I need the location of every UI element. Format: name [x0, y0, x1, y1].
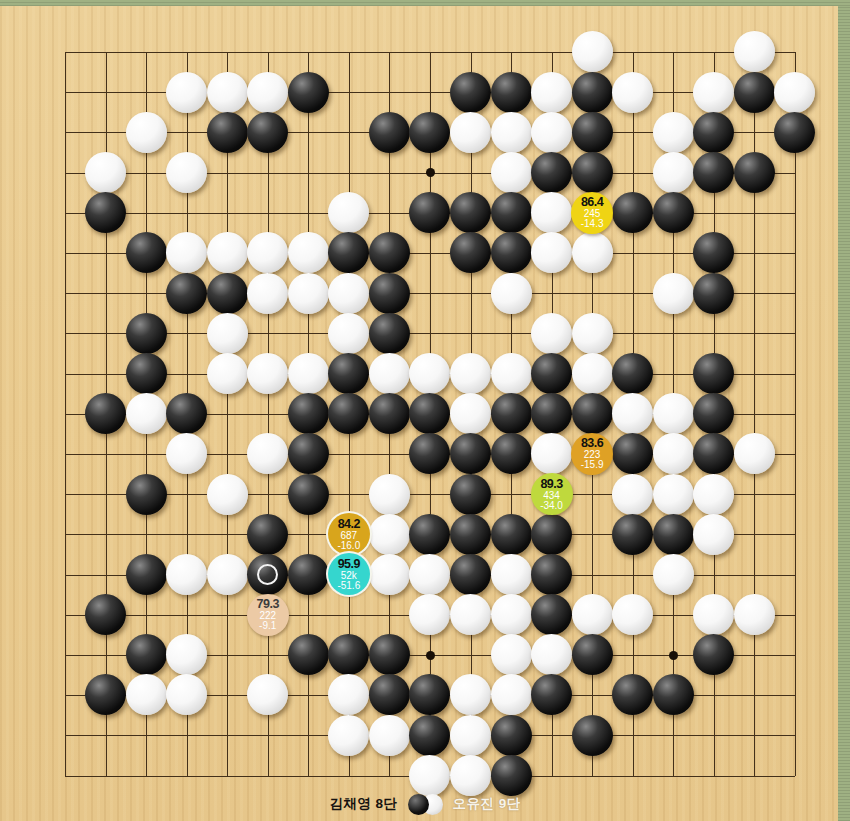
- white-stone: [450, 353, 491, 394]
- black-stone: [734, 152, 775, 193]
- board-intersection: [329, 394, 370, 434]
- board-intersection: [166, 394, 207, 434]
- board-intersection: [85, 193, 126, 233]
- board-intersection: [207, 554, 248, 594]
- board-intersection: [410, 353, 451, 393]
- black-stone: [409, 393, 450, 434]
- board-intersection: 79.3222-9.1: [247, 595, 288, 635]
- white-stone: [612, 393, 653, 434]
- board-intersection: [410, 394, 451, 434]
- black-stone: [653, 514, 694, 555]
- white-stone: [612, 72, 653, 113]
- board-intersection: 89.3434-34.0: [531, 474, 572, 514]
- black-stone: [491, 433, 532, 474]
- board-intersection: [369, 675, 410, 715]
- white-stone: [491, 273, 532, 314]
- black-stone: [693, 273, 734, 314]
- board-intersection: [531, 72, 572, 112]
- board-intersection: [450, 675, 491, 715]
- board-intersection: [491, 595, 532, 635]
- ai-score-loss: -16.0: [337, 541, 360, 551]
- board-intersection: [653, 514, 694, 554]
- white-stone: [328, 715, 369, 756]
- board-intersection: [410, 554, 451, 594]
- black-stone: [653, 192, 694, 233]
- ai-move-suggestion[interactable]: 83.6223-15.9: [571, 433, 613, 475]
- black-stone: [247, 112, 288, 153]
- white-stone: [166, 674, 207, 715]
- board-intersection: [247, 554, 288, 594]
- board-intersection: [126, 635, 167, 675]
- black-stone: [85, 393, 126, 434]
- white-stone: [450, 715, 491, 756]
- black-stone: [612, 433, 653, 474]
- black-stone: [612, 514, 653, 555]
- white-stone: [409, 554, 450, 595]
- board-intersection: [531, 675, 572, 715]
- black-stone: [247, 554, 288, 595]
- black-stone: [288, 634, 329, 675]
- board-intersection: [126, 474, 167, 514]
- white-stone: [734, 31, 775, 72]
- white-stone: [247, 273, 288, 314]
- board-intersection: 83.6223-15.9: [572, 434, 613, 474]
- white-stone: [166, 554, 207, 595]
- black-stone: [612, 674, 653, 715]
- black-stone: [409, 433, 450, 474]
- board-intersection: [491, 152, 532, 192]
- board-intersection: [531, 394, 572, 434]
- black-stone: [369, 273, 410, 314]
- board-intersection: [653, 193, 694, 233]
- black-stone: [531, 393, 572, 434]
- black-stone: [85, 192, 126, 233]
- white-stone: [328, 313, 369, 354]
- players-caption: 김채영 8단 오유진 9단: [0, 791, 850, 817]
- board-intersection: [653, 112, 694, 152]
- board-intersection: [247, 675, 288, 715]
- board-intersection: [491, 112, 532, 152]
- black-stone: [328, 393, 369, 434]
- black-stone: [328, 634, 369, 675]
- board-intersection: [693, 514, 734, 554]
- board-intersection: [369, 112, 410, 152]
- black-stone: [572, 112, 613, 153]
- white-stone: [572, 31, 613, 72]
- board-intersection: [288, 72, 329, 112]
- board-intersection: [572, 353, 613, 393]
- board-intersection: [491, 514, 532, 554]
- black-stone: [774, 112, 815, 153]
- white-stone: [409, 353, 450, 394]
- ai-move-suggestion[interactable]: 84.2687-16.0: [328, 513, 370, 555]
- board-intersection: [166, 233, 207, 273]
- board-intersection: [166, 675, 207, 715]
- board-intersection: [653, 474, 694, 514]
- board-intersection: [491, 233, 532, 273]
- white-stone: [531, 634, 572, 675]
- board-intersection: [166, 152, 207, 192]
- ai-winrate: 83.6: [581, 437, 603, 450]
- black-stone: [531, 554, 572, 595]
- board-intersection: [166, 273, 207, 313]
- board-intersection: [531, 112, 572, 152]
- white-stone: [247, 353, 288, 394]
- last-move-marker: [257, 564, 278, 585]
- white-stone: [653, 152, 694, 193]
- board-intersection: [450, 595, 491, 635]
- board-intersection: [329, 193, 370, 233]
- board-intersection: [288, 554, 329, 594]
- board-intersection: [491, 353, 532, 393]
- board-intersection: [288, 273, 329, 313]
- board-intersection: [491, 755, 532, 795]
- ai-move-suggestion[interactable]: 95.952k-51.6: [328, 553, 370, 595]
- board-intersection: [126, 554, 167, 594]
- black-player-name: 김채영 8단: [329, 795, 397, 813]
- black-stone: [207, 273, 248, 314]
- white-stone: [409, 755, 450, 796]
- board-intersection: [531, 514, 572, 554]
- board-intersection: [450, 112, 491, 152]
- board-intersection: [247, 233, 288, 273]
- white-stone: [328, 674, 369, 715]
- white-stone: [166, 152, 207, 193]
- black-stone: [369, 674, 410, 715]
- board-intersection: [491, 675, 532, 715]
- black-stone: [450, 72, 491, 113]
- board-intersection: [693, 152, 734, 192]
- board-intersection: [450, 474, 491, 514]
- board-intersection: [450, 715, 491, 755]
- black-stone: [328, 353, 369, 394]
- white-stone: [491, 634, 532, 675]
- board-intersection: [693, 353, 734, 393]
- white-stone: [612, 594, 653, 635]
- board-intersection: [126, 675, 167, 715]
- board-intersection: [247, 434, 288, 474]
- board-intersection: [734, 32, 775, 72]
- board-intersection: [288, 635, 329, 675]
- ai-score-loss: -15.9: [581, 460, 604, 470]
- black-stone: [409, 674, 450, 715]
- board-intersection: [410, 595, 451, 635]
- black-stone: [531, 152, 572, 193]
- board-intersection: [410, 675, 451, 715]
- board-intersection: [612, 675, 653, 715]
- white-stone: [653, 393, 694, 434]
- cloth-edge-top: [0, 0, 850, 6]
- board-intersection: [572, 233, 613, 273]
- board-intersection: [369, 394, 410, 434]
- board-intersection: [531, 313, 572, 353]
- board-intersection: [653, 273, 694, 313]
- white-stone: [572, 353, 613, 394]
- white-stone: [653, 433, 694, 474]
- go-board-grid: 86.4245-14.383.6223-15.989.3434-34.084.2…: [45, 32, 815, 796]
- black-stone: [288, 72, 329, 113]
- black-stone: [612, 353, 653, 394]
- board-intersection: [450, 193, 491, 233]
- white-stone: [369, 715, 410, 756]
- ai-move-suggestion[interactable]: 86.4245-14.3: [571, 192, 613, 234]
- board-intersection: [207, 474, 248, 514]
- board-intersection: [572, 595, 613, 635]
- board-intersection: [491, 193, 532, 233]
- board-intersection: [288, 394, 329, 434]
- white-stone: [572, 594, 613, 635]
- board-intersection: [329, 675, 370, 715]
- black-stone: [491, 393, 532, 434]
- white-stone: [693, 594, 734, 635]
- black-stone: [369, 112, 410, 153]
- ai-score-loss: -51.6: [337, 581, 360, 591]
- black-stone: [693, 232, 734, 273]
- black-stone: [369, 232, 410, 273]
- board-intersection: [612, 474, 653, 514]
- board-intersection: [734, 595, 775, 635]
- board-intersection: [85, 152, 126, 192]
- black-stone: [450, 474, 491, 515]
- black-stone: [369, 634, 410, 675]
- board-intersection: [653, 394, 694, 434]
- board-intersection: [207, 273, 248, 313]
- black-stone: [653, 674, 694, 715]
- black-stone: [126, 634, 167, 675]
- white-stone: [531, 433, 572, 474]
- board-intersection: [572, 32, 613, 72]
- board-intersection: [410, 715, 451, 755]
- board-intersection: [734, 152, 775, 192]
- board-intersection: [612, 595, 653, 635]
- board-intersection: [612, 72, 653, 112]
- white-stone: [491, 112, 532, 153]
- black-stone: [126, 474, 167, 515]
- white-stone: [531, 192, 572, 233]
- white-stone: [491, 594, 532, 635]
- ai-move-suggestion[interactable]: 89.3434-34.0: [531, 473, 573, 515]
- white-stone: [693, 514, 734, 555]
- white-stone: [126, 112, 167, 153]
- black-stone: [450, 554, 491, 595]
- white-stone: [774, 72, 815, 113]
- board-intersection: [369, 313, 410, 353]
- white-stone: [653, 273, 694, 314]
- board-intersection: [207, 112, 248, 152]
- white-stone: [491, 152, 532, 193]
- white-stone: [450, 594, 491, 635]
- black-stone: [693, 353, 734, 394]
- board-intersection: [166, 554, 207, 594]
- board-intersection: [247, 273, 288, 313]
- black-stone: [207, 112, 248, 153]
- board-intersection: [693, 72, 734, 112]
- board-intersection: [329, 233, 370, 273]
- white-stone: [369, 474, 410, 515]
- white-stone: [450, 112, 491, 153]
- board-intersection: [734, 72, 775, 112]
- board-intersection: [531, 193, 572, 233]
- white-stone: [450, 674, 491, 715]
- white-stone: [247, 433, 288, 474]
- board-intersection: [126, 353, 167, 393]
- board-intersection: [612, 394, 653, 434]
- ai-move-suggestion[interactable]: 79.3222-9.1: [247, 594, 289, 636]
- black-stone: [288, 393, 329, 434]
- board-intersection: [450, 353, 491, 393]
- board-intersection: [612, 353, 653, 393]
- white-stone: [572, 313, 613, 354]
- white-stone: [450, 393, 491, 434]
- board-intersection: [612, 434, 653, 474]
- black-stone: [166, 393, 207, 434]
- white-stone: [328, 273, 369, 314]
- black-stone-icon: [408, 794, 429, 815]
- white-stone: [85, 152, 126, 193]
- board-intersection: [693, 394, 734, 434]
- black-stone: [531, 594, 572, 635]
- board-intersection: [572, 72, 613, 112]
- board-intersection: [85, 675, 126, 715]
- board-intersection: [166, 635, 207, 675]
- board-intersection: [369, 715, 410, 755]
- board-intersection: [369, 635, 410, 675]
- black-stone: [491, 755, 532, 796]
- black-stone: [572, 72, 613, 113]
- black-stone: [450, 433, 491, 474]
- board-intersection: [491, 273, 532, 313]
- black-stone: [572, 152, 613, 193]
- white-stone: [531, 112, 572, 153]
- black-stone: [531, 674, 572, 715]
- board-intersection: [653, 434, 694, 474]
- board-intersection: [775, 72, 816, 112]
- white-stone: [531, 72, 572, 113]
- board-intersection: [329, 353, 370, 393]
- black-stone: [328, 232, 369, 273]
- black-stone: [734, 72, 775, 113]
- board-intersection: [450, 554, 491, 594]
- board-intersection: [207, 233, 248, 273]
- board-intersection: [410, 434, 451, 474]
- black-stone: [531, 514, 572, 555]
- black-stone: [693, 112, 734, 153]
- board-intersection: [491, 554, 532, 594]
- white-stone: [207, 353, 248, 394]
- white-stone: [369, 353, 410, 394]
- board-intersection: [450, 514, 491, 554]
- white-stone: [288, 273, 329, 314]
- white-stone: [409, 594, 450, 635]
- board-intersection: 86.4245-14.3: [572, 193, 613, 233]
- black-stone: [126, 232, 167, 273]
- white-stone: [572, 232, 613, 273]
- white-stone: [247, 674, 288, 715]
- white-stone: [247, 72, 288, 113]
- white-stone: [734, 433, 775, 474]
- black-stone: [369, 393, 410, 434]
- board-intersection: [531, 635, 572, 675]
- board-intersection: [410, 112, 451, 152]
- board-intersection: [288, 353, 329, 393]
- black-stone: [450, 514, 491, 555]
- board-intersection: [329, 715, 370, 755]
- board-intersection: [531, 434, 572, 474]
- board-intersection: [410, 193, 451, 233]
- board-intersection: [531, 554, 572, 594]
- black-stone: [491, 192, 532, 233]
- ai-score-loss: -34.0: [540, 501, 563, 511]
- board-intersection: [288, 434, 329, 474]
- black-stone: [288, 433, 329, 474]
- board-intersection: [734, 434, 775, 474]
- board-intersection: [329, 635, 370, 675]
- board-intersection: [126, 233, 167, 273]
- white-stone: [126, 393, 167, 434]
- black-stone: [450, 192, 491, 233]
- board-intersection: [693, 233, 734, 273]
- white-stone: [612, 474, 653, 515]
- black-stone: [450, 232, 491, 273]
- board-intersection: [369, 273, 410, 313]
- board-intersection: [572, 715, 613, 755]
- black-stone: [491, 514, 532, 555]
- ai-score-loss: -14.3: [581, 219, 604, 229]
- black-stone: [409, 112, 450, 153]
- board-intersection: [653, 554, 694, 594]
- board-intersection: [693, 112, 734, 152]
- black-stone: [491, 72, 532, 113]
- board-intersection: [693, 635, 734, 675]
- white-stone: [653, 554, 694, 595]
- board-intersection: [693, 434, 734, 474]
- black-stone: [409, 192, 450, 233]
- white-stone: [491, 554, 532, 595]
- white-stone: [369, 514, 410, 555]
- white-stone: [531, 232, 572, 273]
- board-intersection: [653, 675, 694, 715]
- board-intersection: [572, 112, 613, 152]
- white-stone: [166, 232, 207, 273]
- board-intersection: [369, 514, 410, 554]
- board-intersection: [329, 313, 370, 353]
- ai-winrate: 95.9: [338, 558, 360, 571]
- board-intersection: [126, 112, 167, 152]
- board-intersection: [572, 394, 613, 434]
- black-stone: [572, 715, 613, 756]
- white-stone: [450, 755, 491, 796]
- board-intersection: [531, 353, 572, 393]
- black-stone: [126, 313, 167, 354]
- board-intersection: [572, 152, 613, 192]
- board-intersection: [85, 595, 126, 635]
- board-intersection: [247, 514, 288, 554]
- board-intersection: [450, 72, 491, 112]
- board-intersection: [450, 755, 491, 795]
- board-intersection: [288, 233, 329, 273]
- board-intersection: [531, 233, 572, 273]
- board-intersection: [329, 273, 370, 313]
- board-intersection: [491, 715, 532, 755]
- white-stone: [207, 474, 248, 515]
- board-intersection: [247, 353, 288, 393]
- black-stone: [693, 393, 734, 434]
- board-intersection: [491, 72, 532, 112]
- white-stone: [166, 72, 207, 113]
- board-intersection: [207, 72, 248, 112]
- white-stone: [491, 674, 532, 715]
- ai-winrate: 86.4: [581, 196, 603, 209]
